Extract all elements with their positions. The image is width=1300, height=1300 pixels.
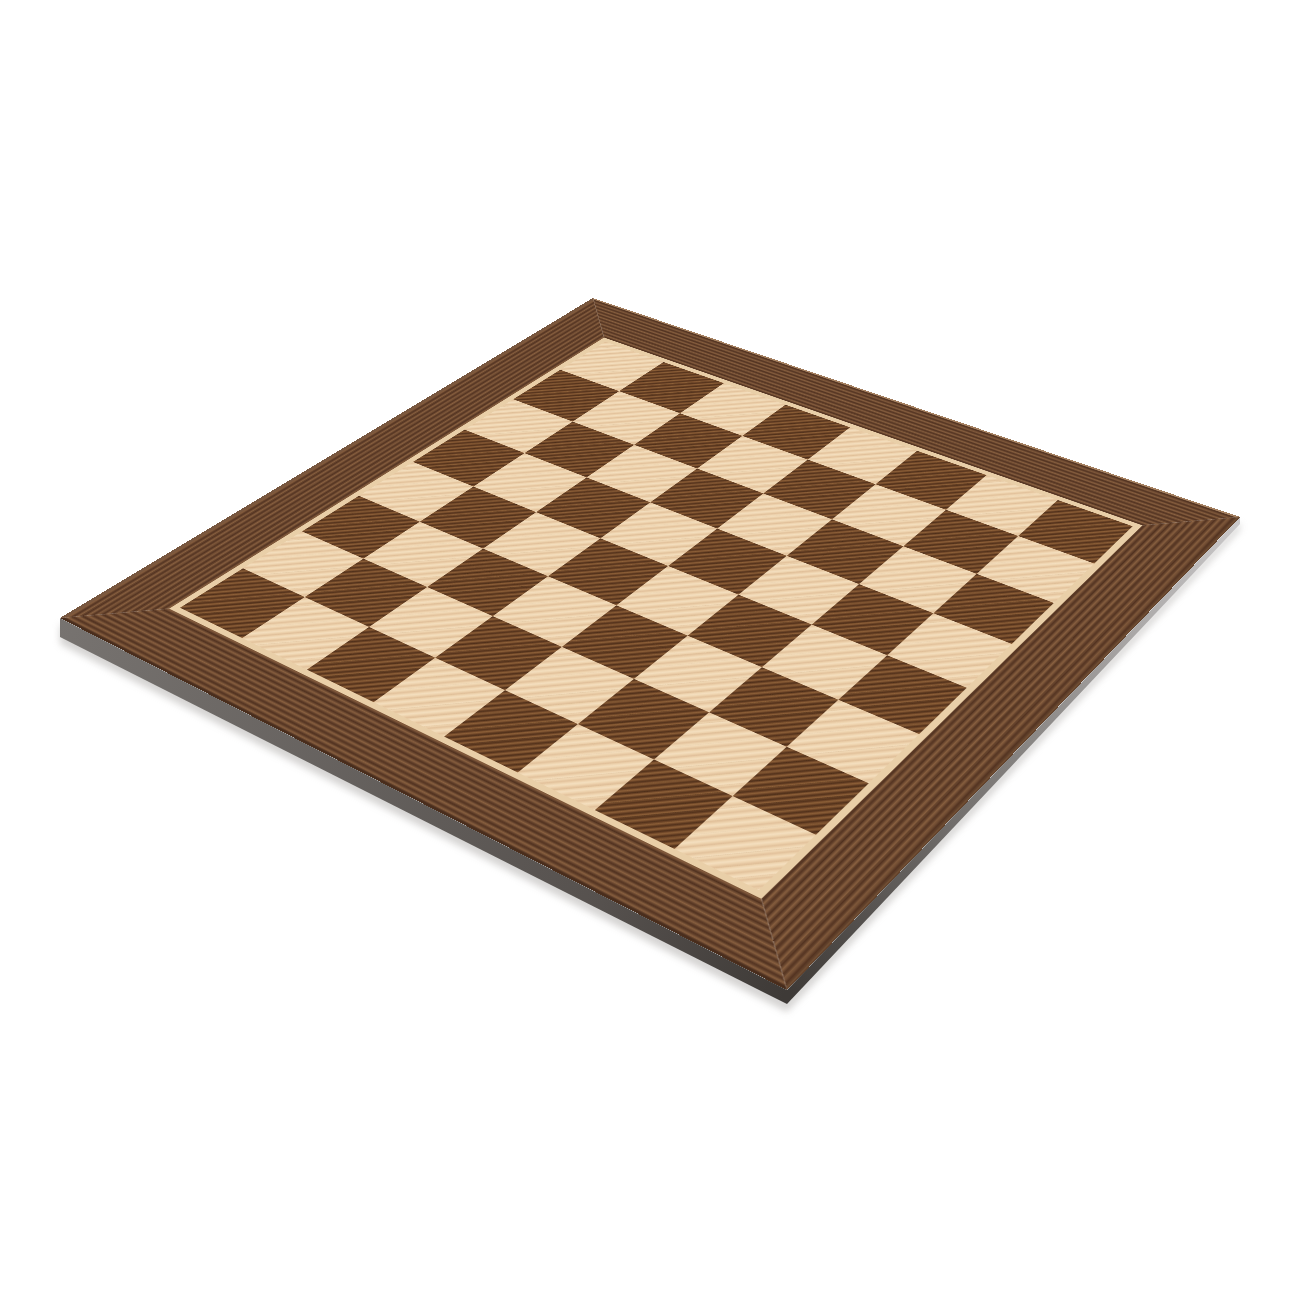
product-photo <box>0 0 1300 1300</box>
